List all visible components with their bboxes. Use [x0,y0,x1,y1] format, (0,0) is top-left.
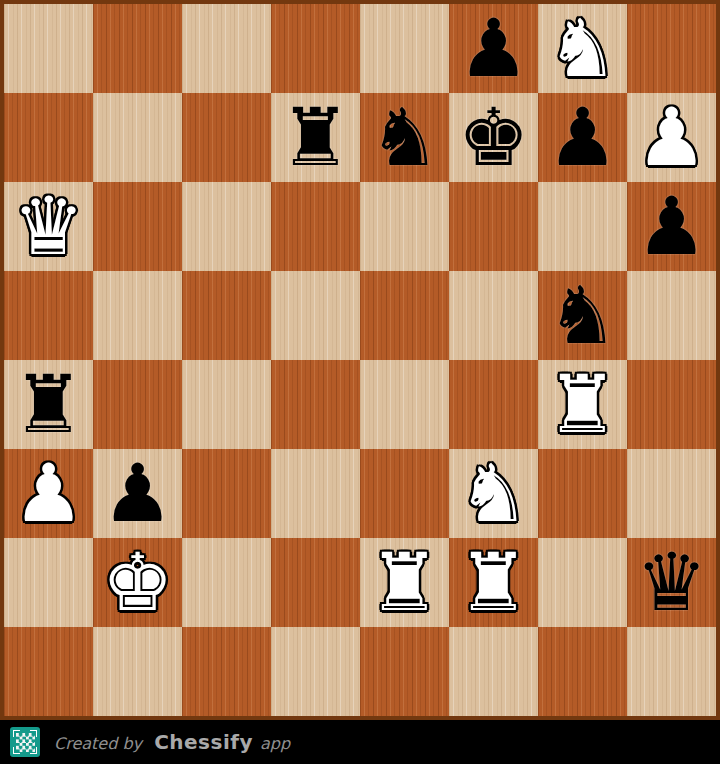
square-e7[interactable]: ♞ [360,93,449,182]
chess-board: ♟♞♜♞♚♟♟♛♟♞♜♜♟♟♞♚♜♜♛ [4,4,716,716]
credit-text: Created by Chessifyapp [54,730,290,754]
black-queen[interactable]: ♛ [636,538,708,627]
square-g4[interactable]: ♜ [538,360,627,449]
square-g6[interactable] [538,182,627,271]
square-d3[interactable] [271,449,360,538]
square-b3[interactable]: ♟ [93,449,182,538]
square-g8[interactable]: ♞ [538,4,627,93]
black-rook[interactable]: ♜ [13,360,85,449]
square-b7[interactable] [93,93,182,182]
square-e1[interactable] [360,627,449,716]
black-knight[interactable]: ♞ [547,271,619,360]
square-h1[interactable] [627,627,716,716]
square-h8[interactable] [627,4,716,93]
square-d6[interactable] [271,182,360,271]
square-f2[interactable]: ♜ [449,538,538,627]
square-f1[interactable] [449,627,538,716]
square-g7[interactable]: ♟ [538,93,627,182]
white-rook[interactable]: ♜ [547,360,619,449]
square-a6[interactable]: ♛ [4,182,93,271]
square-c6[interactable] [182,182,271,271]
black-pawn[interactable]: ♟ [102,449,174,538]
square-h6[interactable]: ♟ [627,182,716,271]
square-e5[interactable] [360,271,449,360]
black-king[interactable]: ♚ [458,93,530,182]
chessify-logo chessboard-scan-icon [10,727,40,757]
footer-credit-bar: Created by Chessifyapp [0,720,720,764]
square-c7[interactable] [182,93,271,182]
white-queen[interactable]: ♛ [13,182,85,271]
white-knight[interactable]: ♞ [458,449,530,538]
square-b6[interactable] [93,182,182,271]
white-rook[interactable]: ♜ [369,538,441,627]
square-d1[interactable] [271,627,360,716]
square-h2[interactable]: ♛ [627,538,716,627]
square-f8[interactable]: ♟ [449,4,538,93]
square-h5[interactable] [627,271,716,360]
square-a2[interactable] [4,538,93,627]
brand-name: Chessify [154,730,253,754]
square-h7[interactable]: ♟ [627,93,716,182]
square-g3[interactable] [538,449,627,538]
created-by-label: Created by [54,734,147,753]
square-c4[interactable] [182,360,271,449]
square-b2[interactable]: ♚ [93,538,182,627]
square-h3[interactable] [627,449,716,538]
square-a8[interactable] [4,4,93,93]
square-a5[interactable] [4,271,93,360]
square-f7[interactable]: ♚ [449,93,538,182]
square-f4[interactable] [449,360,538,449]
white-knight[interactable]: ♞ [547,4,619,93]
square-e6[interactable] [360,182,449,271]
square-e8[interactable] [360,4,449,93]
square-g2[interactable] [538,538,627,627]
scan-corner-icon [30,747,37,754]
square-f5[interactable] [449,271,538,360]
white-rook[interactable]: ♜ [458,538,530,627]
square-e2[interactable]: ♜ [360,538,449,627]
square-d5[interactable] [271,271,360,360]
square-c8[interactable] [182,4,271,93]
scan-corner-icon [30,730,37,737]
scan-corner-icon [13,747,20,754]
square-c1[interactable] [182,627,271,716]
square-e3[interactable] [360,449,449,538]
scan-corner-icon [13,730,20,737]
square-d4[interactable] [271,360,360,449]
black-pawn[interactable]: ♟ [547,93,619,182]
square-d8[interactable] [271,4,360,93]
square-g5[interactable]: ♞ [538,271,627,360]
square-a7[interactable] [4,93,93,182]
white-pawn[interactable]: ♟ [13,449,85,538]
square-e4[interactable] [360,360,449,449]
square-a1[interactable] [4,627,93,716]
black-knight[interactable]: ♞ [369,93,441,182]
square-b8[interactable] [93,4,182,93]
square-h4[interactable] [627,360,716,449]
square-d2[interactable] [271,538,360,627]
chess-board-frame: ♟♞♜♞♚♟♟♛♟♞♜♜♟♟♞♚♜♜♛ [0,0,720,720]
white-pawn[interactable]: ♟ [636,93,708,182]
square-f3[interactable]: ♞ [449,449,538,538]
app-label: app [260,734,290,753]
black-pawn[interactable]: ♟ [636,182,708,271]
black-rook[interactable]: ♜ [280,93,352,182]
square-b4[interactable] [93,360,182,449]
square-c2[interactable] [182,538,271,627]
square-b1[interactable] [93,627,182,716]
square-f6[interactable] [449,182,538,271]
square-b5[interactable] [93,271,182,360]
square-c5[interactable] [182,271,271,360]
black-pawn[interactable]: ♟ [458,4,530,93]
white-king[interactable]: ♚ [102,538,174,627]
square-d7[interactable]: ♜ [271,93,360,182]
square-a3[interactable]: ♟ [4,449,93,538]
square-g1[interactable] [538,627,627,716]
square-a4[interactable]: ♜ [4,360,93,449]
square-c3[interactable] [182,449,271,538]
